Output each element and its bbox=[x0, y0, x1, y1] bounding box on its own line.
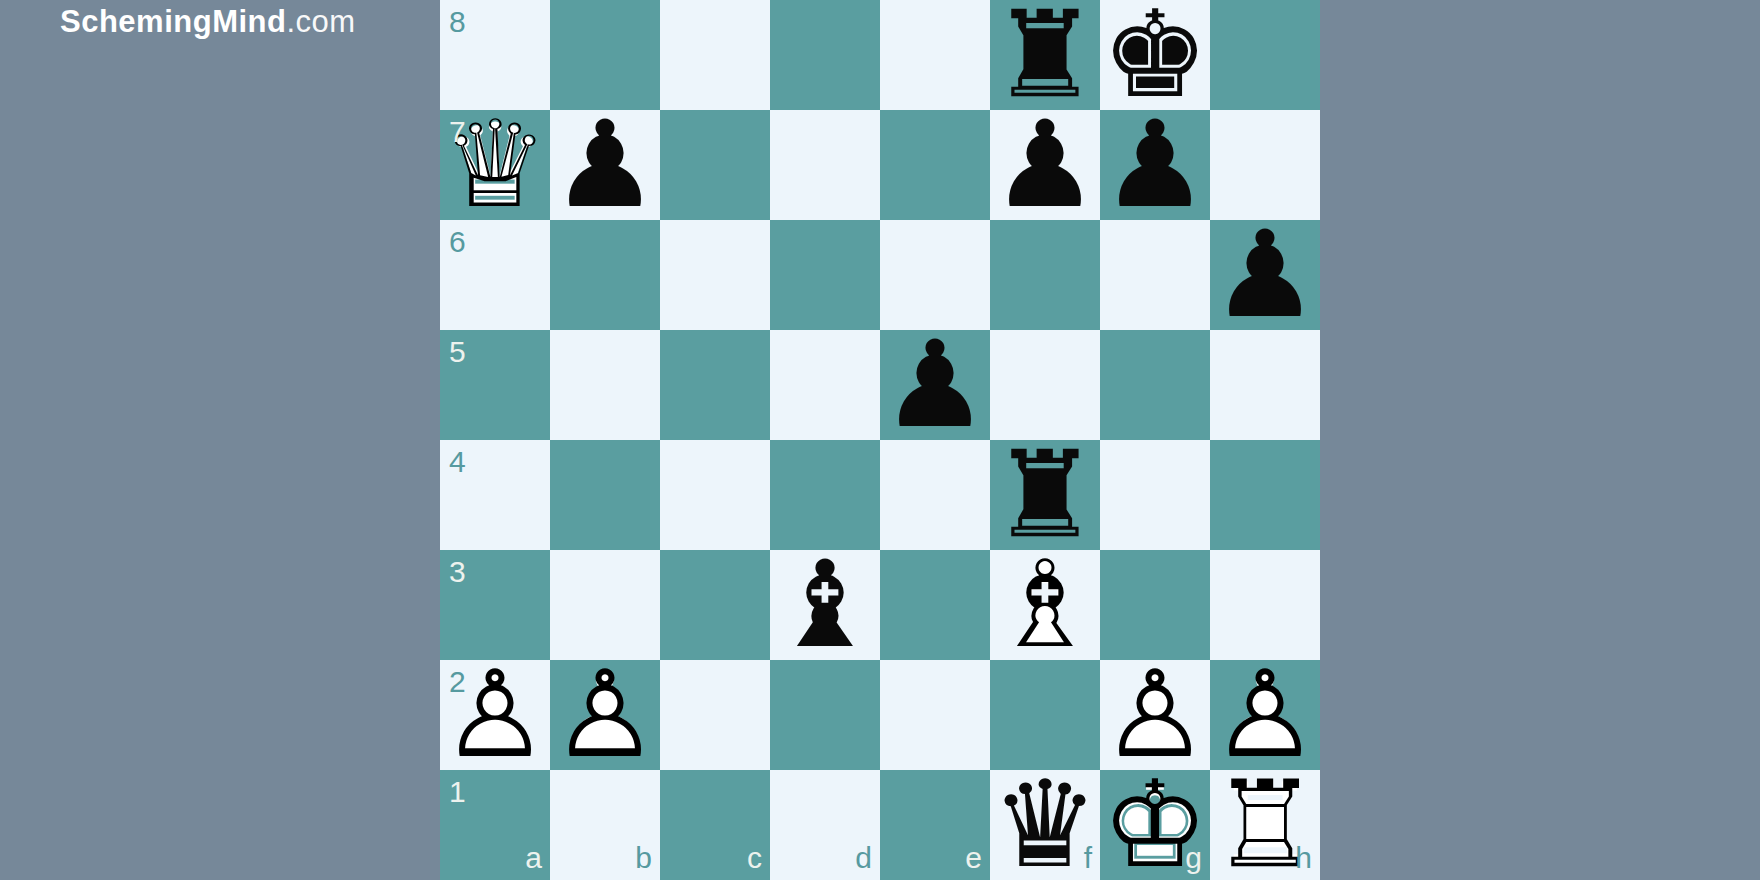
piece-black-bishop[interactable]: ♝ bbox=[770, 550, 880, 660]
white-piece-outline: ♙ bbox=[1210, 660, 1320, 770]
square-d6[interactable] bbox=[770, 220, 880, 330]
file-label-c: c bbox=[747, 843, 762, 873]
piece-black-pawn[interactable]: ♟ bbox=[880, 330, 990, 440]
site-logo-tld: .com bbox=[286, 4, 355, 39]
square-f5[interactable] bbox=[990, 330, 1100, 440]
file-label-b: b bbox=[635, 843, 652, 873]
square-g4[interactable] bbox=[1100, 440, 1210, 550]
square-f2[interactable] bbox=[990, 660, 1100, 770]
square-d3[interactable]: ♝ bbox=[770, 550, 880, 660]
piece-white-king[interactable]: ♚♔ bbox=[1100, 770, 1210, 880]
piece-black-pawn[interactable]: ♟ bbox=[990, 110, 1100, 220]
square-a6[interactable]: 6 bbox=[440, 220, 550, 330]
black-piece-glyph: ♟ bbox=[990, 110, 1100, 220]
file-label-d: d bbox=[855, 843, 872, 873]
file-label-a: a bbox=[525, 843, 542, 873]
piece-white-pawn[interactable]: ♟♙ bbox=[1100, 660, 1210, 770]
square-e3[interactable] bbox=[880, 550, 990, 660]
piece-white-pawn[interactable]: ♟♙ bbox=[440, 660, 550, 770]
square-c3[interactable] bbox=[660, 550, 770, 660]
square-h2[interactable]: ♟♙ bbox=[1210, 660, 1320, 770]
square-c5[interactable] bbox=[660, 330, 770, 440]
square-f7[interactable]: ♟ bbox=[990, 110, 1100, 220]
site-logo-brand: SchemingMind bbox=[60, 4, 286, 39]
square-b3[interactable] bbox=[550, 550, 660, 660]
square-c7[interactable] bbox=[660, 110, 770, 220]
white-piece-outline: ♙ bbox=[550, 660, 660, 770]
piece-black-king[interactable]: ♚ bbox=[1100, 0, 1210, 110]
square-d2[interactable] bbox=[770, 660, 880, 770]
square-a4[interactable]: 4 bbox=[440, 440, 550, 550]
rank-label-5: 5 bbox=[449, 337, 466, 367]
square-b7[interactable]: ♟ bbox=[550, 110, 660, 220]
rank-label-4: 4 bbox=[449, 447, 466, 477]
square-g2[interactable]: ♟♙ bbox=[1100, 660, 1210, 770]
square-c4[interactable] bbox=[660, 440, 770, 550]
square-h4[interactable] bbox=[1210, 440, 1320, 550]
rank-label-8: 8 bbox=[449, 7, 466, 37]
black-piece-glyph: ♚ bbox=[1100, 0, 1210, 110]
piece-black-rook[interactable]: ♜ bbox=[990, 440, 1100, 550]
square-b2[interactable]: ♟♙ bbox=[550, 660, 660, 770]
square-a3[interactable]: 3 bbox=[440, 550, 550, 660]
chess-board: 8♜♚♛♕7♟♟♟6♟5♟4♜3♝♝♗♟♙2♟♙♟♙♟♙1abcde♛f♚♔g♜… bbox=[440, 0, 1320, 880]
white-piece-outline: ♙ bbox=[440, 660, 550, 770]
black-piece-glyph: ♜ bbox=[990, 0, 1100, 110]
square-g7[interactable]: ♟ bbox=[1100, 110, 1210, 220]
piece-white-pawn[interactable]: ♟♙ bbox=[1210, 660, 1320, 770]
square-b6[interactable] bbox=[550, 220, 660, 330]
square-e8[interactable] bbox=[880, 0, 990, 110]
white-piece-outline: ♖ bbox=[1210, 770, 1320, 880]
square-c1[interactable]: c bbox=[660, 770, 770, 880]
site-logo[interactable]: SchemingMind.com bbox=[60, 4, 356, 40]
square-f1[interactable]: ♛f bbox=[990, 770, 1100, 880]
square-b8[interactable] bbox=[550, 0, 660, 110]
white-piece-outline: ♕ bbox=[440, 110, 550, 220]
square-g5[interactable] bbox=[1100, 330, 1210, 440]
rank-label-3: 3 bbox=[449, 557, 466, 587]
square-h6[interactable]: ♟ bbox=[1210, 220, 1320, 330]
square-e1[interactable]: e bbox=[880, 770, 990, 880]
square-e7[interactable] bbox=[880, 110, 990, 220]
square-h5[interactable] bbox=[1210, 330, 1320, 440]
square-h1[interactable]: ♜♖h bbox=[1210, 770, 1320, 880]
square-g3[interactable] bbox=[1100, 550, 1210, 660]
piece-white-rook[interactable]: ♜♖ bbox=[1210, 770, 1320, 880]
square-e4[interactable] bbox=[880, 440, 990, 550]
black-piece-glyph: ♟ bbox=[1210, 220, 1320, 330]
square-h7[interactable] bbox=[1210, 110, 1320, 220]
square-a5[interactable]: 5 bbox=[440, 330, 550, 440]
square-h8[interactable] bbox=[1210, 0, 1320, 110]
rank-label-6: 6 bbox=[449, 227, 466, 257]
square-c8[interactable] bbox=[660, 0, 770, 110]
square-f3[interactable]: ♝♗ bbox=[990, 550, 1100, 660]
file-label-e: e bbox=[965, 843, 982, 873]
square-a8[interactable]: 8 bbox=[440, 0, 550, 110]
piece-white-queen[interactable]: ♛♕ bbox=[440, 110, 550, 220]
square-a2[interactable]: ♟♙2 bbox=[440, 660, 550, 770]
square-d8[interactable] bbox=[770, 0, 880, 110]
rank-label-1: 1 bbox=[449, 777, 466, 807]
piece-black-queen[interactable]: ♛ bbox=[990, 770, 1100, 880]
square-d5[interactable] bbox=[770, 330, 880, 440]
square-g6[interactable] bbox=[1100, 220, 1210, 330]
piece-black-rook[interactable]: ♜ bbox=[990, 0, 1100, 110]
square-f4[interactable]: ♜ bbox=[990, 440, 1100, 550]
square-d4[interactable] bbox=[770, 440, 880, 550]
square-b4[interactable] bbox=[550, 440, 660, 550]
square-a1[interactable]: 1a bbox=[440, 770, 550, 880]
square-b5[interactable] bbox=[550, 330, 660, 440]
square-e2[interactable] bbox=[880, 660, 990, 770]
square-b1[interactable]: b bbox=[550, 770, 660, 880]
black-piece-glyph: ♜ bbox=[990, 440, 1100, 550]
square-c6[interactable] bbox=[660, 220, 770, 330]
black-piece-glyph: ♛ bbox=[990, 770, 1100, 880]
piece-white-pawn[interactable]: ♟♙ bbox=[550, 660, 660, 770]
piece-black-pawn[interactable]: ♟ bbox=[1210, 220, 1320, 330]
white-piece-outline: ♗ bbox=[990, 550, 1100, 660]
piece-black-pawn[interactable]: ♟ bbox=[1100, 110, 1210, 220]
white-piece-outline: ♙ bbox=[1100, 660, 1210, 770]
square-f6[interactable] bbox=[990, 220, 1100, 330]
white-piece-outline: ♔ bbox=[1100, 770, 1210, 880]
square-e6[interactable] bbox=[880, 220, 990, 330]
square-g8[interactable]: ♚ bbox=[1100, 0, 1210, 110]
black-piece-glyph: ♝ bbox=[770, 550, 880, 660]
square-d1[interactable]: d bbox=[770, 770, 880, 880]
black-piece-glyph: ♟ bbox=[880, 330, 990, 440]
square-c2[interactable] bbox=[660, 660, 770, 770]
black-piece-glyph: ♟ bbox=[1100, 110, 1210, 220]
square-a7[interactable]: ♛♕7 bbox=[440, 110, 550, 220]
piece-white-bishop[interactable]: ♝♗ bbox=[990, 550, 1100, 660]
square-d7[interactable] bbox=[770, 110, 880, 220]
square-e5[interactable]: ♟ bbox=[880, 330, 990, 440]
black-piece-glyph: ♟ bbox=[550, 110, 660, 220]
square-f8[interactable]: ♜ bbox=[990, 0, 1100, 110]
piece-black-pawn[interactable]: ♟ bbox=[550, 110, 660, 220]
square-h3[interactable] bbox=[1210, 550, 1320, 660]
square-g1[interactable]: ♚♔g bbox=[1100, 770, 1210, 880]
